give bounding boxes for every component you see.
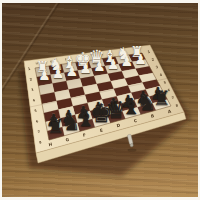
piece-white-rook-h1: ♜ [36, 59, 50, 74]
piece-white-bishop-f1: ♝ [62, 54, 77, 71]
piece-white-pawn-c2: ♟ [107, 58, 119, 72]
piece-white-pawn-h2: ♟ [38, 69, 50, 83]
piece-black-bishop-f8: ♝ [76, 108, 96, 130]
piece-black-knight-b8: ♞ [137, 92, 156, 114]
piece-white-pawn-a2: ♟ [134, 53, 146, 67]
piece-black-pawn-d7: ♟ [106, 96, 121, 113]
piece-white-pawn-e2: ♟ [80, 62, 92, 76]
piece-white-king-e1: ♚ [74, 50, 91, 69]
piece-black-rook-h8: ♜ [47, 117, 65, 137]
piece-white-rook-a1: ♜ [130, 45, 144, 60]
piece-black-queen-d8: ♛ [105, 98, 127, 122]
pieces-layer: ♜♞♝♛♚♝♞♜♟♟♟♟♟♟♟♟♟♟♟♟♟♟♟♟♜♞♝♛♚♝♞♜ [0, 0, 200, 200]
piece-black-pawn-f7: ♟ [76, 104, 91, 121]
piece-white-pawn-d2: ♟ [93, 60, 105, 74]
piece-black-pawn-c7: ♟ [121, 92, 136, 109]
piece-black-pawn-a7: ♟ [151, 85, 166, 102]
piece-black-pawn-h7: ♟ [46, 111, 61, 128]
piece-black-pawn-b7: ♟ [136, 88, 151, 105]
piece-white-bishop-c1: ♝ [103, 48, 118, 65]
piece-white-queen-d1: ♛ [88, 49, 104, 67]
piece-black-pawn-e7: ♟ [91, 100, 106, 117]
piece-black-knight-g8: ♞ [61, 112, 80, 134]
piece-white-knight-b1: ♞ [116, 46, 131, 62]
piece-black-king-e8: ♚ [90, 101, 113, 127]
piece-white-pawn-f2: ♟ [66, 65, 78, 79]
piece-black-rook-a8: ♜ [153, 89, 171, 109]
piece-white-knight-g1: ♞ [49, 56, 64, 72]
piece-white-pawn-g2: ♟ [52, 67, 64, 81]
piece-black-pawn-g7: ♟ [61, 107, 76, 124]
chess-set-photo: HH11GG22FF33EE44DD55CC66BB77AA88 ♜♞♝♛♚♝♞… [0, 0, 200, 200]
piece-white-pawn-b2: ♟ [121, 55, 133, 69]
piece-black-bishop-c8: ♝ [121, 95, 141, 117]
